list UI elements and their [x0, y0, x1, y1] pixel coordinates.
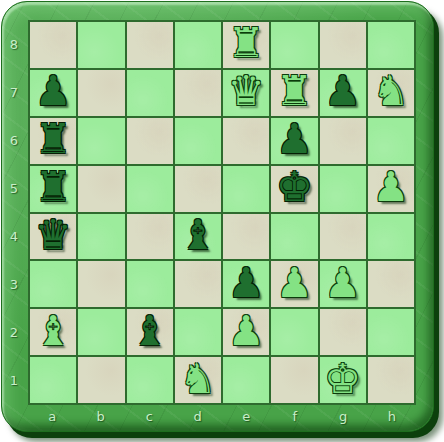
piece-white-pawn[interactable]: ♟: [324, 263, 361, 304]
rank-label-3: 3: [0, 261, 28, 309]
square-f3[interactable]: ♟: [271, 261, 317, 307]
square-f6[interactable]: ♟: [271, 118, 317, 164]
square-b4[interactable]: [78, 214, 124, 260]
rank-label-8: 8: [0, 20, 28, 68]
piece-white-bishop[interactable]: ♝: [35, 311, 72, 352]
rank-labels: 87654321: [0, 20, 28, 405]
square-h8[interactable]: [368, 22, 414, 68]
square-f8[interactable]: [271, 22, 317, 68]
piece-black-pawn[interactable]: ♟: [35, 71, 72, 112]
square-d3[interactable]: [175, 261, 221, 307]
square-c4[interactable]: [127, 214, 173, 260]
square-c1[interactable]: [127, 357, 173, 403]
square-f2[interactable]: [271, 309, 317, 355]
piece-black-king[interactable]: ♚: [276, 167, 313, 208]
rank-label-6: 6: [0, 116, 28, 164]
square-b6[interactable]: [78, 118, 124, 164]
square-h6[interactable]: [368, 118, 414, 164]
square-e3[interactable]: ♟: [223, 261, 269, 307]
square-e6[interactable]: [223, 118, 269, 164]
square-d4[interactable]: ♝: [175, 214, 221, 260]
piece-white-pawn[interactable]: ♟: [372, 167, 409, 208]
square-a1[interactable]: [30, 357, 76, 403]
square-g7[interactable]: ♟: [320, 70, 366, 116]
square-a3[interactable]: [30, 261, 76, 307]
square-g4[interactable]: [320, 214, 366, 260]
square-f4[interactable]: [271, 214, 317, 260]
square-f7[interactable]: ♜: [271, 70, 317, 116]
square-g3[interactable]: ♟: [320, 261, 366, 307]
file-label-a: a: [28, 405, 77, 427]
square-e4[interactable]: [223, 214, 269, 260]
square-a4[interactable]: ♛: [30, 214, 76, 260]
square-g2[interactable]: [320, 309, 366, 355]
square-a8[interactable]: [30, 22, 76, 68]
square-b3[interactable]: [78, 261, 124, 307]
square-h7[interactable]: ♞: [368, 70, 414, 116]
square-h3[interactable]: [368, 261, 414, 307]
file-label-c: c: [125, 405, 174, 427]
square-b1[interactable]: [78, 357, 124, 403]
square-d1[interactable]: ♞: [175, 357, 221, 403]
piece-white-queen[interactable]: ♛: [228, 71, 265, 112]
square-b7[interactable]: [78, 70, 124, 116]
square-d2[interactable]: [175, 309, 221, 355]
square-e1[interactable]: [223, 357, 269, 403]
file-label-e: e: [222, 405, 271, 427]
rank-label-5: 5: [0, 164, 28, 212]
chess-board: ♜♟♛♜♟♞♜♟♜♚♟♛♝♟♟♟♝♝♟♞♚: [28, 20, 416, 405]
square-b8[interactable]: [78, 22, 124, 68]
square-g6[interactable]: [320, 118, 366, 164]
piece-black-bishop[interactable]: ♝: [131, 311, 168, 352]
square-e7[interactable]: ♛: [223, 70, 269, 116]
file-label-f: f: [271, 405, 320, 427]
square-g5[interactable]: [320, 166, 366, 212]
square-g8[interactable]: [320, 22, 366, 68]
square-a7[interactable]: ♟: [30, 70, 76, 116]
square-e5[interactable]: [223, 166, 269, 212]
square-a6[interactable]: ♜: [30, 118, 76, 164]
piece-white-pawn[interactable]: ♟: [276, 263, 313, 304]
square-h1[interactable]: [368, 357, 414, 403]
piece-white-rook[interactable]: ♜: [228, 23, 265, 64]
piece-black-rook[interactable]: ♜: [35, 167, 72, 208]
square-c7[interactable]: [127, 70, 173, 116]
file-label-g: g: [319, 405, 368, 427]
file-labels: abcdefgh: [28, 405, 416, 427]
square-d5[interactable]: [175, 166, 221, 212]
piece-black-bishop[interactable]: ♝: [179, 215, 216, 256]
piece-black-pawn[interactable]: ♟: [276, 119, 313, 160]
rank-label-1: 1: [0, 357, 28, 405]
square-b5[interactable]: [78, 166, 124, 212]
square-c5[interactable]: [127, 166, 173, 212]
piece-white-knight[interactable]: ♞: [179, 359, 216, 400]
square-h2[interactable]: [368, 309, 414, 355]
piece-white-rook[interactable]: ♜: [276, 71, 313, 112]
piece-black-pawn[interactable]: ♟: [324, 71, 361, 112]
square-f1[interactable]: [271, 357, 317, 403]
square-h5[interactable]: ♟: [368, 166, 414, 212]
piece-black-rook[interactable]: ♜: [35, 119, 72, 160]
square-f5[interactable]: ♚: [271, 166, 317, 212]
piece-black-queen[interactable]: ♛: [35, 215, 72, 256]
piece-white-pawn[interactable]: ♟: [228, 311, 265, 352]
file-label-h: h: [368, 405, 417, 427]
file-label-d: d: [174, 405, 223, 427]
square-d8[interactable]: [175, 22, 221, 68]
square-c8[interactable]: [127, 22, 173, 68]
piece-white-knight[interactable]: ♞: [372, 71, 409, 112]
square-e2[interactable]: ♟: [223, 309, 269, 355]
square-h4[interactable]: [368, 214, 414, 260]
square-d7[interactable]: [175, 70, 221, 116]
rank-label-7: 7: [0, 68, 28, 116]
chess-app-window: 87654321 ♜♟♛♜♟♞♜♟♜♚♟♛♝♟♟♟♝♝♟♞♚ abcdefgh: [0, 0, 444, 442]
file-label-b: b: [77, 405, 126, 427]
square-c6[interactable]: [127, 118, 173, 164]
square-c2[interactable]: ♝: [127, 309, 173, 355]
square-d6[interactable]: [175, 118, 221, 164]
piece-black-pawn[interactable]: ♟: [228, 263, 265, 304]
square-a5[interactable]: ♜: [30, 166, 76, 212]
square-g1[interactable]: ♚: [320, 357, 366, 403]
piece-white-king[interactable]: ♚: [324, 359, 361, 400]
rank-label-2: 2: [0, 309, 28, 357]
square-b2[interactable]: [78, 309, 124, 355]
square-a2[interactable]: ♝: [30, 309, 76, 355]
square-e8[interactable]: ♜: [223, 22, 269, 68]
square-c3[interactable]: [127, 261, 173, 307]
rank-label-4: 4: [0, 213, 28, 261]
